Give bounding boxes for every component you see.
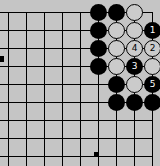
move-4-white-stone: 4 [126, 40, 143, 57]
horizontal-line [0, 120, 153, 121]
black-stone [108, 94, 125, 111]
star-point [94, 152, 99, 157]
horizontal-line [0, 156, 153, 157]
move-3-black-stone: 3 [126, 58, 143, 75]
black-stone [108, 4, 125, 21]
horizontal-line [0, 138, 153, 139]
white-stone [126, 22, 143, 39]
move-5-black-stone: 5 [144, 76, 160, 93]
move-2-white-stone: 2 [144, 40, 160, 57]
black-stone [126, 94, 143, 111]
white-stone [108, 40, 125, 57]
black-stone [144, 94, 160, 111]
go-board[interactable]: 14235 [0, 0, 160, 166]
black-stone [90, 58, 107, 75]
move-1-black-stone: 1 [144, 22, 160, 39]
vertical-line [80, 12, 81, 166]
vertical-line [8, 12, 9, 166]
black-stone [108, 76, 125, 93]
cut-star-point-edge-mark [0, 56, 4, 62]
vertical-line [62, 12, 63, 166]
white-stone [108, 58, 125, 75]
white-stone [108, 22, 125, 39]
black-stone [90, 22, 107, 39]
vertical-line [44, 12, 45, 166]
white-stone [144, 58, 160, 75]
vertical-line [26, 12, 27, 166]
black-stone [90, 4, 107, 21]
black-stone [90, 40, 107, 57]
white-stone [126, 4, 143, 21]
white-stone [126, 76, 143, 93]
